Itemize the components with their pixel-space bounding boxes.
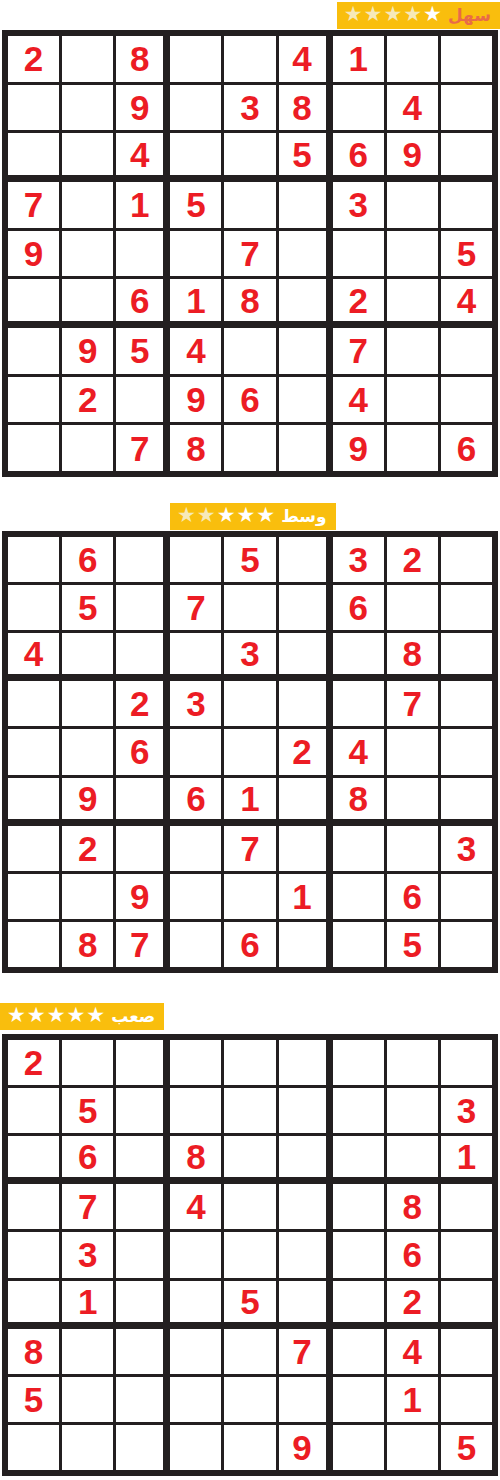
- sudoku-page: ★★★★★ سهل 284193844569715397561824954729…: [0, 0, 500, 1480]
- sudoku-cell-empty[interactable]: [224, 1088, 275, 1133]
- sudoku-cell-empty[interactable]: [387, 377, 438, 423]
- sudoku-cell-empty[interactable]: [224, 133, 275, 179]
- sudoku-cell-given: 7: [62, 1184, 113, 1229]
- sudoku-cell-given: 9: [116, 874, 167, 919]
- sudoku-cell-empty[interactable]: [62, 133, 113, 179]
- star-rating-hard: ★★★★★: [7, 1006, 105, 1027]
- sudoku-cell-empty[interactable]: [224, 182, 275, 228]
- sudoku-cell-empty[interactable]: [387, 585, 438, 630]
- sudoku-cell-empty[interactable]: [387, 36, 438, 82]
- sudoku-cell-empty[interactable]: [441, 133, 492, 179]
- sudoku-cell-empty[interactable]: [62, 279, 113, 325]
- sudoku-cell-empty[interactable]: [279, 922, 330, 967]
- sudoku-cell-given: 4: [333, 377, 384, 423]
- sudoku-cell-given: 1: [170, 279, 221, 325]
- sudoku-cell-empty[interactable]: [441, 85, 492, 131]
- sudoku-cell-empty[interactable]: [333, 1136, 384, 1181]
- sudoku-cell-empty[interactable]: [279, 1136, 330, 1181]
- sudoku-cell-empty[interactable]: [224, 1136, 275, 1181]
- sudoku-cell-empty[interactable]: [387, 231, 438, 277]
- sudoku-cell-empty[interactable]: [333, 922, 384, 967]
- sudoku-cell-given: 8: [170, 425, 221, 471]
- star-filled-icon: ★: [236, 505, 255, 526]
- sudoku-grid-hard: 253681748361528745195: [2, 1034, 498, 1476]
- sudoku-cell-empty[interactable]: [333, 1329, 384, 1374]
- sudoku-cell-empty[interactable]: [8, 1088, 59, 1133]
- sudoku-cell-empty[interactable]: [170, 1281, 221, 1326]
- sudoku-cell-empty[interactable]: [116, 1232, 167, 1277]
- sudoku-cell-empty[interactable]: [224, 585, 275, 630]
- sudoku-cell-empty[interactable]: [333, 1040, 384, 1085]
- sudoku-cell-empty[interactable]: [224, 1232, 275, 1277]
- sudoku-cell-empty[interactable]: [170, 874, 221, 919]
- sudoku-cell-empty[interactable]: [170, 922, 221, 967]
- sudoku-cell-empty[interactable]: [62, 1377, 113, 1422]
- sudoku-cell-empty[interactable]: [441, 328, 492, 374]
- sudoku-cell-empty[interactable]: [387, 826, 438, 871]
- sudoku-cell-given: 6: [62, 537, 113, 582]
- sudoku-cell-empty[interactable]: [116, 778, 167, 823]
- sudoku-cell-empty[interactable]: [279, 1281, 330, 1326]
- sudoku-cell-given: 8: [62, 922, 113, 967]
- sudoku-cell-given: 8: [170, 1136, 221, 1181]
- sudoku-cell-given: 2: [387, 537, 438, 582]
- sudoku-cell-empty[interactable]: [387, 778, 438, 823]
- sudoku-cell-empty[interactable]: [279, 231, 330, 277]
- sudoku-cell-empty[interactable]: [170, 1377, 221, 1422]
- sudoku-cell-empty[interactable]: [333, 826, 384, 871]
- sudoku-cell-given: 5: [387, 922, 438, 967]
- sudoku-cell-given: 7: [116, 922, 167, 967]
- sudoku-cell-empty[interactable]: [279, 585, 330, 630]
- sudoku-cell-empty[interactable]: [8, 922, 59, 967]
- sudoku-cell-given: 6: [441, 425, 492, 471]
- sudoku-cell-empty[interactable]: [62, 1329, 113, 1374]
- sudoku-cell-empty[interactable]: [170, 537, 221, 582]
- sudoku-cell-empty[interactable]: [441, 1281, 492, 1326]
- sudoku-cell-empty[interactable]: [8, 826, 59, 871]
- sudoku-cell-given: 7: [224, 231, 275, 277]
- sudoku-cell-empty[interactable]: [441, 633, 492, 678]
- sudoku-cell-empty[interactable]: [116, 1329, 167, 1374]
- sudoku-cell-given: 4: [387, 1329, 438, 1374]
- sudoku-cell-given: 3: [441, 1088, 492, 1133]
- sudoku-cell-empty[interactable]: [441, 778, 492, 823]
- star-empty-icon: ★: [403, 4, 422, 25]
- sudoku-cell-given: 3: [333, 537, 384, 582]
- sudoku-cell-given: 7: [279, 1329, 330, 1374]
- sudoku-cell-given: 5: [62, 585, 113, 630]
- sudoku-cell-given: 2: [8, 1040, 59, 1085]
- sudoku-cell-given: 3: [441, 826, 492, 871]
- sudoku-cell-empty[interactable]: [8, 585, 59, 630]
- sudoku-cell-empty[interactable]: [62, 1040, 113, 1085]
- sudoku-cell-empty[interactable]: [279, 1377, 330, 1422]
- sudoku-cell-given: 7: [224, 826, 275, 871]
- sudoku-cell-empty[interactable]: [441, 182, 492, 228]
- sudoku-cell-empty[interactable]: [333, 1377, 384, 1422]
- sudoku-cell-empty[interactable]: [62, 36, 113, 82]
- sudoku-cell-empty[interactable]: [333, 85, 384, 131]
- sudoku-cell-empty[interactable]: [62, 182, 113, 228]
- sudoku-cell-given: 6: [116, 729, 167, 774]
- sudoku-cell-given: 6: [224, 377, 275, 423]
- star-filled-icon: ★: [86, 1005, 105, 1026]
- sudoku-cell-empty[interactable]: [333, 1184, 384, 1229]
- sudoku-cell-empty[interactable]: [8, 425, 59, 471]
- sudoku-cell-empty[interactable]: [8, 1136, 59, 1181]
- difficulty-banner-easy: ★★★★★ سهل: [337, 2, 500, 29]
- sudoku-cell-empty[interactable]: [441, 1232, 492, 1277]
- sudoku-cell-empty[interactable]: [116, 1377, 167, 1422]
- sudoku-cell-given: 5: [441, 231, 492, 277]
- sudoku-cell-empty[interactable]: [170, 1040, 221, 1085]
- sudoku-cell-empty[interactable]: [333, 681, 384, 726]
- sudoku-cell-empty[interactable]: [333, 1232, 384, 1277]
- sudoku-cell-given: 8: [8, 1329, 59, 1374]
- sudoku-cell-given: 5: [62, 1088, 113, 1133]
- sudoku-cell-empty[interactable]: [279, 425, 330, 471]
- sudoku-cell-given: 2: [62, 826, 113, 871]
- sudoku-cell-given: 8: [333, 778, 384, 823]
- sudoku-cell-empty[interactable]: [116, 1040, 167, 1085]
- sudoku-cell-given: 1: [224, 778, 275, 823]
- sudoku-cell-given: 2: [8, 36, 59, 82]
- star-filled-icon: ★: [47, 1005, 66, 1026]
- sudoku-cell-given: 4: [333, 729, 384, 774]
- sudoku-cell-empty[interactable]: [333, 1425, 384, 1470]
- sudoku-cell-empty[interactable]: [387, 1136, 438, 1181]
- sudoku-cell-empty[interactable]: [333, 1281, 384, 1326]
- sudoku-cell-empty[interactable]: [224, 1425, 275, 1470]
- sudoku-cell-given: 5: [8, 1377, 59, 1422]
- sudoku-cell-empty[interactable]: [224, 328, 275, 374]
- sudoku-grid-medium: 653257643823762496182739168765: [2, 531, 498, 973]
- sudoku-cell-empty[interactable]: [170, 231, 221, 277]
- sudoku-cell-empty[interactable]: [116, 585, 167, 630]
- sudoku-cell-given: 1: [116, 182, 167, 228]
- sudoku-cell-empty[interactable]: [116, 537, 167, 582]
- sudoku-cell-empty[interactable]: [116, 1088, 167, 1133]
- sudoku-cell-empty[interactable]: [224, 1040, 275, 1085]
- sudoku-cell-given: 9: [8, 231, 59, 277]
- sudoku-cell-empty[interactable]: [441, 36, 492, 82]
- sudoku-cell-empty[interactable]: [279, 377, 330, 423]
- sudoku-cell-given: 7: [8, 182, 59, 228]
- star-filled-icon: ★: [423, 4, 442, 25]
- difficulty-label-medium: وسط: [281, 508, 327, 525]
- sudoku-cell-empty[interactable]: [116, 1136, 167, 1181]
- sudoku-cell-given: 4: [116, 133, 167, 179]
- sudoku-cell-empty[interactable]: [441, 1040, 492, 1085]
- sudoku-cell-given: 2: [116, 681, 167, 726]
- difficulty-banner-hard: ★★★★★ صعب: [0, 1003, 164, 1030]
- sudoku-cell-empty[interactable]: [333, 874, 384, 919]
- sudoku-cell-given: 4: [279, 36, 330, 82]
- sudoku-cell-empty[interactable]: [387, 1425, 438, 1470]
- sudoku-cell-empty[interactable]: [441, 729, 492, 774]
- sudoku-cell-empty[interactable]: [387, 425, 438, 471]
- sudoku-cell-empty[interactable]: [279, 681, 330, 726]
- sudoku-cell-empty[interactable]: [333, 633, 384, 678]
- sudoku-cell-empty[interactable]: [62, 633, 113, 678]
- sudoku-cell-given: 2: [387, 1281, 438, 1326]
- sudoku-cell-empty[interactable]: [116, 1425, 167, 1470]
- star-filled-icon: ★: [217, 505, 236, 526]
- sudoku-cell-given: 6: [116, 279, 167, 325]
- sudoku-cell-given: 5: [279, 133, 330, 179]
- sudoku-cell-empty[interactable]: [224, 729, 275, 774]
- star-rating-medium: ★★★★★: [177, 506, 275, 527]
- difficulty-banner-medium: ★★★★★ وسط: [170, 503, 336, 530]
- sudoku-cell-given: 9: [116, 85, 167, 131]
- sudoku-cell-empty[interactable]: [279, 826, 330, 871]
- sudoku-cell-given: 7: [333, 328, 384, 374]
- sudoku-cell-empty[interactable]: [441, 537, 492, 582]
- sudoku-cell-given: 1: [441, 1136, 492, 1181]
- star-rating-easy: ★★★★★: [344, 5, 442, 26]
- sudoku-cell-empty[interactable]: [170, 36, 221, 82]
- sudoku-cell-empty[interactable]: [170, 1088, 221, 1133]
- sudoku-cell-given: 5: [170, 182, 221, 228]
- sudoku-cell-given: 5: [224, 537, 275, 582]
- sudoku-cell-empty[interactable]: [8, 1232, 59, 1277]
- sudoku-cell-empty[interactable]: [224, 36, 275, 82]
- sudoku-cell-given: 7: [387, 681, 438, 726]
- sudoku-cell-empty[interactable]: [62, 85, 113, 131]
- sudoku-cell-empty[interactable]: [224, 425, 275, 471]
- sudoku-cell-given: 4: [441, 279, 492, 325]
- sudoku-cell-empty[interactable]: [8, 1281, 59, 1326]
- sudoku-cell-empty[interactable]: [333, 231, 384, 277]
- sudoku-cell-empty[interactable]: [8, 729, 59, 774]
- sudoku-cell-empty[interactable]: [170, 633, 221, 678]
- sudoku-cell-empty[interactable]: [279, 1232, 330, 1277]
- sudoku-cell-empty[interactable]: [279, 1088, 330, 1133]
- sudoku-cell-given: 5: [224, 1281, 275, 1326]
- sudoku-cell-empty[interactable]: [224, 1329, 275, 1374]
- sudoku-cell-empty[interactable]: [170, 133, 221, 179]
- sudoku-cell-given: 1: [333, 36, 384, 82]
- star-empty-icon: ★: [383, 4, 402, 25]
- star-empty-icon: ★: [197, 505, 216, 526]
- sudoku-cell-given: 8: [387, 1184, 438, 1229]
- sudoku-cell-empty[interactable]: [279, 537, 330, 582]
- sudoku-cell-empty[interactable]: [279, 279, 330, 325]
- sudoku-cell-empty[interactable]: [8, 279, 59, 325]
- star-empty-icon: ★: [364, 4, 383, 25]
- sudoku-cell-empty[interactable]: [62, 681, 113, 726]
- sudoku-cell-empty[interactable]: [8, 1184, 59, 1229]
- sudoku-cell-given: 3: [62, 1232, 113, 1277]
- sudoku-cell-empty[interactable]: [279, 778, 330, 823]
- sudoku-cell-empty[interactable]: [441, 922, 492, 967]
- sudoku-cell-empty[interactable]: [8, 537, 59, 582]
- sudoku-cell-empty[interactable]: [62, 425, 113, 471]
- sudoku-cell-given: 7: [116, 425, 167, 471]
- sudoku-cell-empty[interactable]: [387, 1040, 438, 1085]
- sudoku-cell-empty[interactable]: [8, 328, 59, 374]
- sudoku-cell-empty[interactable]: [116, 1281, 167, 1326]
- sudoku-cell-given: 8: [224, 279, 275, 325]
- star-filled-icon: ★: [66, 1005, 85, 1026]
- sudoku-cell-empty[interactable]: [170, 1329, 221, 1374]
- sudoku-cell-given: 6: [170, 778, 221, 823]
- sudoku-cell-given: 8: [279, 85, 330, 131]
- sudoku-cell-given: 6: [62, 1136, 113, 1181]
- sudoku-cell-empty[interactable]: [62, 1425, 113, 1470]
- sudoku-grid-easy: 284193844569715397561824954729647896: [2, 30, 498, 477]
- sudoku-cell-given: 1: [279, 874, 330, 919]
- star-filled-icon: ★: [7, 1005, 26, 1026]
- sudoku-cell-empty[interactable]: [116, 1184, 167, 1229]
- sudoku-cell-empty[interactable]: [387, 1088, 438, 1133]
- sudoku-cell-empty[interactable]: [8, 377, 59, 423]
- sudoku-cell-given: 6: [387, 874, 438, 919]
- sudoku-cell-given: 6: [333, 585, 384, 630]
- sudoku-cell-given: 3: [333, 182, 384, 228]
- sudoku-cell-empty[interactable]: [279, 182, 330, 228]
- sudoku-cell-empty[interactable]: [279, 1040, 330, 1085]
- sudoku-cell-empty[interactable]: [116, 633, 167, 678]
- sudoku-cell-given: 4: [387, 85, 438, 131]
- sudoku-cell-empty[interactable]: [441, 1329, 492, 1374]
- star-empty-icon: ★: [344, 4, 363, 25]
- sudoku-cell-empty[interactable]: [170, 1425, 221, 1470]
- sudoku-cell-given: 5: [116, 328, 167, 374]
- sudoku-cell-given: 9: [62, 328, 113, 374]
- sudoku-cell-given: 7: [170, 585, 221, 630]
- sudoku-cell-empty[interactable]: [170, 85, 221, 131]
- sudoku-cell-empty[interactable]: [387, 279, 438, 325]
- sudoku-cell-empty[interactable]: [441, 681, 492, 726]
- sudoku-cell-empty[interactable]: [62, 874, 113, 919]
- sudoku-cell-empty[interactable]: [224, 1184, 275, 1229]
- sudoku-cell-given: 6: [333, 133, 384, 179]
- sudoku-cell-empty[interactable]: [279, 328, 330, 374]
- sudoku-cell-given: 9: [333, 425, 384, 471]
- sudoku-cell-given: 6: [224, 922, 275, 967]
- sudoku-cell-given: 3: [224, 85, 275, 131]
- sudoku-cell-empty[interactable]: [387, 182, 438, 228]
- sudoku-cell-empty[interactable]: [170, 826, 221, 871]
- sudoku-cell-given: 9: [170, 377, 221, 423]
- sudoku-cell-empty[interactable]: [333, 1088, 384, 1133]
- sudoku-cell-empty[interactable]: [62, 231, 113, 277]
- sudoku-cell-empty[interactable]: [62, 729, 113, 774]
- sudoku-cell-given: 1: [387, 1377, 438, 1422]
- sudoku-cell-empty[interactable]: [279, 1184, 330, 1229]
- sudoku-cell-empty[interactable]: [116, 826, 167, 871]
- star-empty-icon: ★: [177, 505, 196, 526]
- sudoku-cell-empty[interactable]: [8, 85, 59, 131]
- sudoku-cell-given: 2: [62, 377, 113, 423]
- sudoku-cell-empty[interactable]: [8, 778, 59, 823]
- difficulty-label-easy: سهل: [448, 7, 491, 24]
- sudoku-cell-empty[interactable]: [387, 328, 438, 374]
- sudoku-cell-empty[interactable]: [387, 729, 438, 774]
- star-filled-icon: ★: [27, 1005, 46, 1026]
- sudoku-cell-given: 4: [170, 328, 221, 374]
- sudoku-cell-empty[interactable]: [224, 1377, 275, 1422]
- sudoku-cell-empty[interactable]: [441, 585, 492, 630]
- sudoku-cell-given: 9: [279, 1425, 330, 1470]
- sudoku-cell-given: 1: [62, 1281, 113, 1326]
- sudoku-cell-empty[interactable]: [8, 874, 59, 919]
- sudoku-cell-given: 6: [387, 1232, 438, 1277]
- sudoku-cell-empty[interactable]: [116, 377, 167, 423]
- sudoku-cell-given: 3: [224, 633, 275, 678]
- sudoku-cell-empty[interactable]: [224, 874, 275, 919]
- sudoku-cell-empty[interactable]: [170, 729, 221, 774]
- sudoku-cell-given: 2: [279, 729, 330, 774]
- sudoku-cell-given: 9: [62, 778, 113, 823]
- sudoku-cell-empty[interactable]: [8, 681, 59, 726]
- sudoku-cell-given: 9: [387, 133, 438, 179]
- sudoku-cell-given: 3: [170, 681, 221, 726]
- star-filled-icon: ★: [256, 505, 275, 526]
- sudoku-cell-empty[interactable]: [279, 633, 330, 678]
- sudoku-cell-given: 4: [8, 633, 59, 678]
- sudoku-cell-given: 8: [387, 633, 438, 678]
- sudoku-cell-empty[interactable]: [441, 1184, 492, 1229]
- sudoku-cell-given: 8: [116, 36, 167, 82]
- sudoku-cell-empty[interactable]: [441, 377, 492, 423]
- difficulty-label-hard: صعب: [111, 1008, 155, 1025]
- sudoku-cell-empty[interactable]: [8, 133, 59, 179]
- sudoku-cell-given: 4: [170, 1184, 221, 1229]
- sudoku-cell-given: 2: [333, 279, 384, 325]
- sudoku-cell-empty[interactable]: [116, 231, 167, 277]
- sudoku-cell-empty[interactable]: [8, 1425, 59, 1470]
- sudoku-cell-empty[interactable]: [224, 681, 275, 726]
- sudoku-cell-given: 5: [441, 1425, 492, 1470]
- sudoku-cell-empty[interactable]: [441, 1377, 492, 1422]
- sudoku-cell-empty[interactable]: [170, 1232, 221, 1277]
- sudoku-cell-empty[interactable]: [441, 874, 492, 919]
